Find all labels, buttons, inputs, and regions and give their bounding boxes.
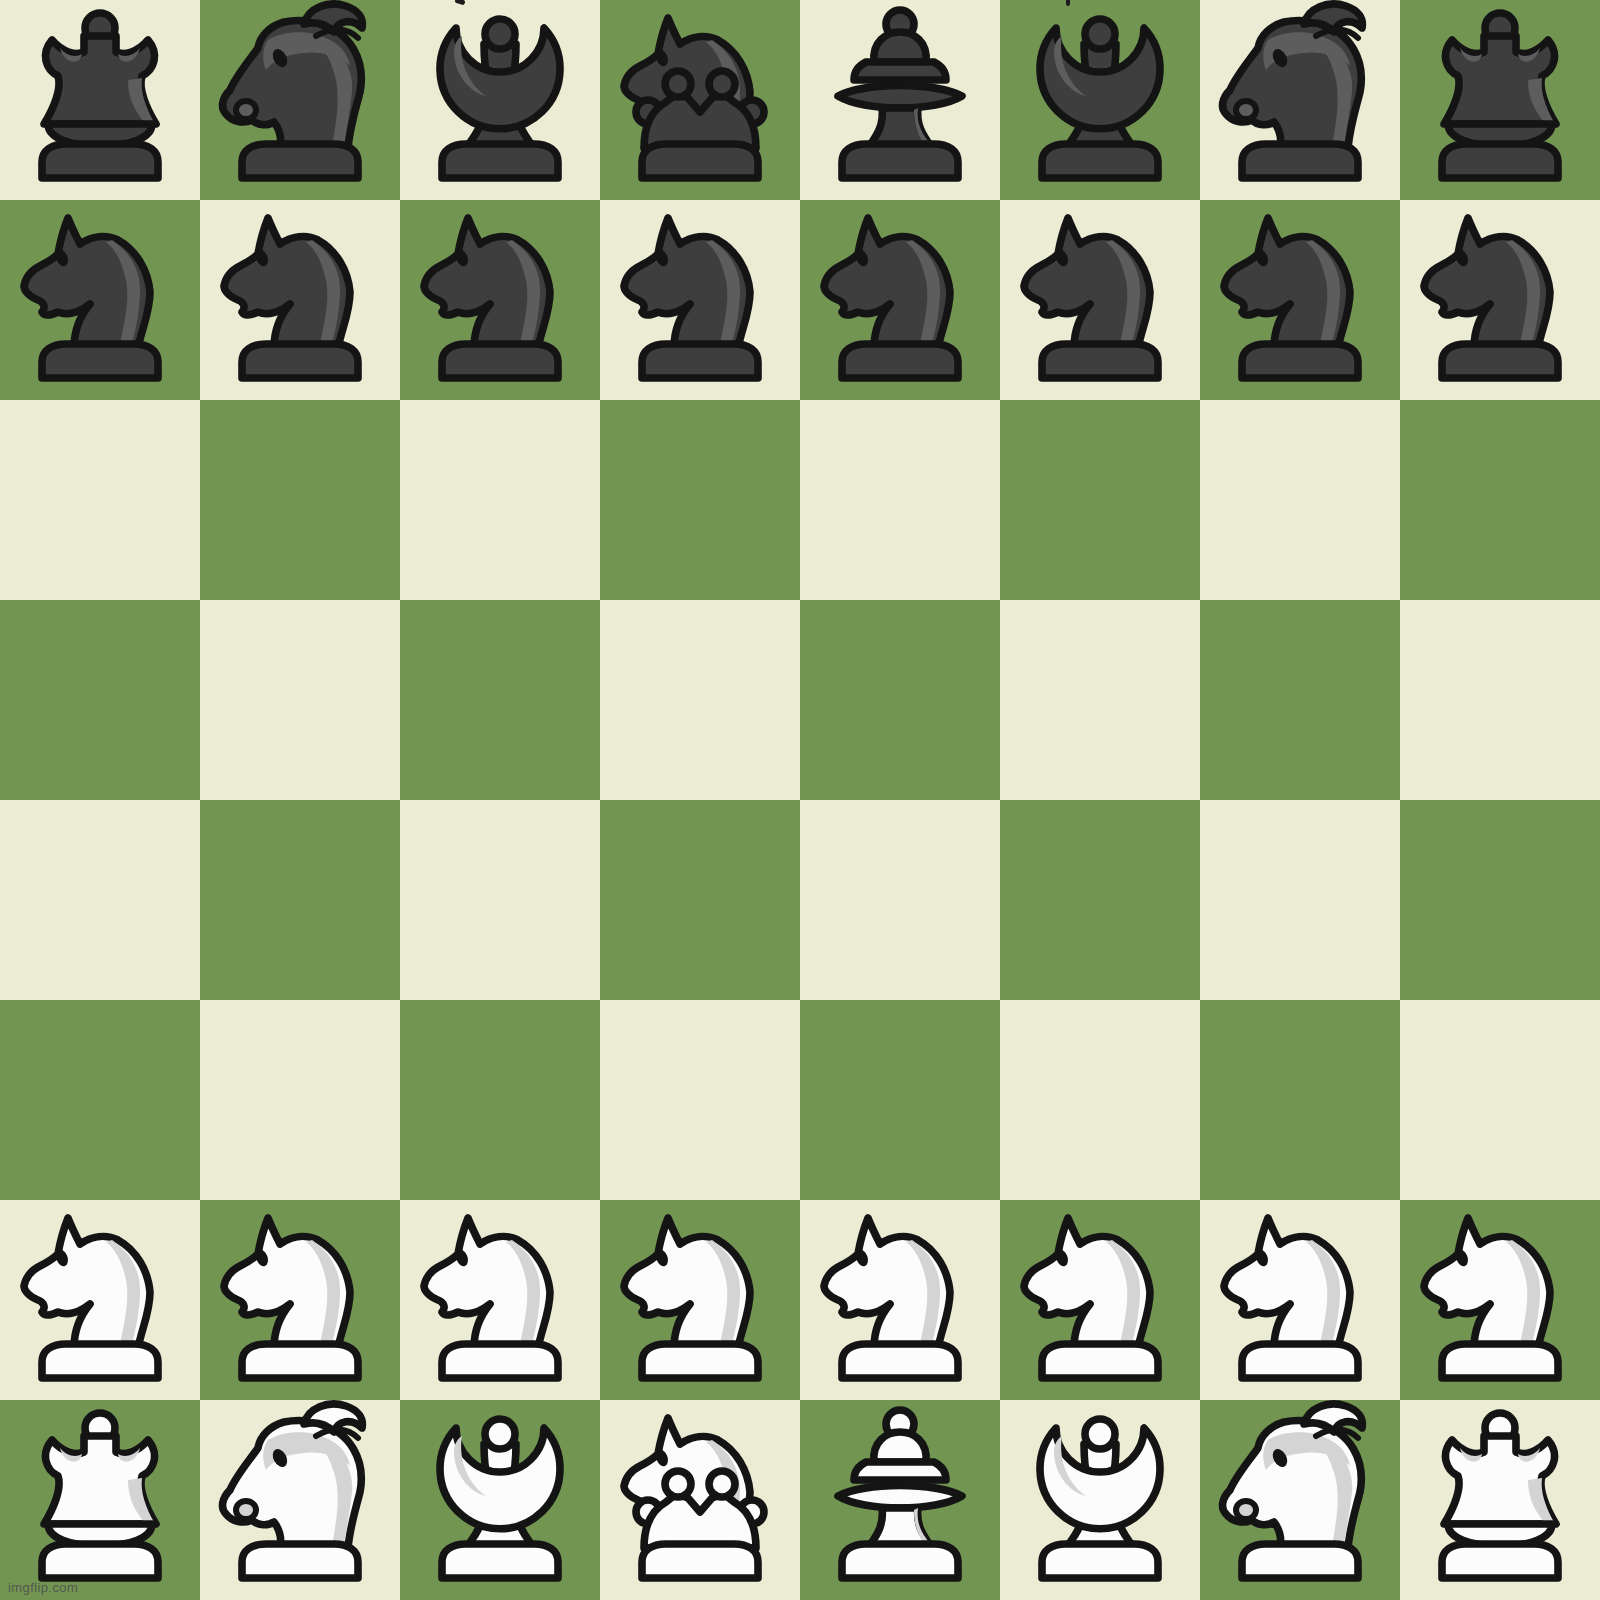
piece-white-queen[interactable] <box>600 1400 800 1600</box>
piece-black-knight-bull[interactable] <box>200 0 400 200</box>
square-h3[interactable] <box>1400 1000 1600 1200</box>
square-c7[interactable] <box>400 200 600 400</box>
piece-white-king[interactable] <box>800 1400 1000 1600</box>
square-d8[interactable] <box>600 0 800 200</box>
square-e7[interactable] <box>800 200 1000 400</box>
square-f5[interactable] <box>1000 600 1200 800</box>
piece-black-knight-horse[interactable] <box>1200 200 1400 400</box>
square-d1[interactable] <box>600 1400 800 1600</box>
piece-black-rook[interactable] <box>0 0 200 200</box>
crop-artifact <box>1066 0 1070 6</box>
piece-black-knight-horse[interactable] <box>0 200 200 400</box>
piece-black-knight-horse[interactable] <box>800 200 1000 400</box>
square-g7[interactable] <box>1200 200 1400 400</box>
square-b5[interactable] <box>200 600 400 800</box>
square-f8[interactable] <box>1000 0 1200 200</box>
square-d2[interactable] <box>600 1200 800 1400</box>
square-g3[interactable] <box>1200 1000 1400 1200</box>
square-c3[interactable] <box>400 1000 600 1200</box>
square-b4[interactable] <box>200 800 400 1000</box>
piece-white-knight-horse[interactable] <box>0 1200 200 1400</box>
piece-white-knight-horse[interactable] <box>1400 1200 1600 1400</box>
square-e8[interactable] <box>800 0 1000 200</box>
square-g5[interactable] <box>1200 600 1400 800</box>
piece-black-knight-horse[interactable] <box>1000 200 1200 400</box>
square-g8[interactable] <box>1200 0 1400 200</box>
square-a1[interactable] <box>0 1400 200 1600</box>
piece-black-knight-horse[interactable] <box>200 200 400 400</box>
piece-black-queen[interactable] <box>600 0 800 200</box>
square-c8[interactable] <box>400 0 600 200</box>
square-e4[interactable] <box>800 800 1000 1000</box>
square-f3[interactable] <box>1000 1000 1200 1200</box>
square-b1[interactable] <box>200 1400 400 1600</box>
square-b3[interactable] <box>200 1000 400 1200</box>
square-b7[interactable] <box>200 200 400 400</box>
square-e3[interactable] <box>800 1000 1000 1200</box>
piece-white-knight-bull[interactable] <box>200 1400 400 1600</box>
square-g6[interactable] <box>1200 400 1400 600</box>
square-f7[interactable] <box>1000 200 1200 400</box>
square-h2[interactable] <box>1400 1200 1600 1400</box>
square-a6[interactable] <box>0 400 200 600</box>
piece-black-knight-horse[interactable] <box>400 200 600 400</box>
square-f1[interactable] <box>1000 1400 1200 1600</box>
square-a7[interactable] <box>0 200 200 400</box>
piece-white-knight-horse[interactable] <box>1200 1200 1400 1400</box>
square-c5[interactable] <box>400 600 600 800</box>
square-a4[interactable] <box>0 800 200 1000</box>
imgflip-watermark: imgflip.com <box>8 1580 78 1595</box>
square-g4[interactable] <box>1200 800 1400 1000</box>
square-h5[interactable] <box>1400 600 1600 800</box>
square-b8[interactable] <box>200 0 400 200</box>
square-d3[interactable] <box>600 1000 800 1200</box>
square-b2[interactable] <box>200 1200 400 1400</box>
square-f6[interactable] <box>1000 400 1200 600</box>
piece-white-knight-horse[interactable] <box>600 1200 800 1400</box>
square-e6[interactable] <box>800 400 1000 600</box>
piece-white-rook[interactable] <box>0 1400 200 1600</box>
square-c6[interactable] <box>400 400 600 600</box>
square-b6[interactable] <box>200 400 400 600</box>
piece-white-bishop[interactable] <box>1000 1400 1200 1600</box>
square-h8[interactable] <box>1400 0 1600 200</box>
piece-white-knight-horse[interactable] <box>800 1200 1000 1400</box>
chess-board <box>0 0 1600 1600</box>
square-a8[interactable] <box>0 0 200 200</box>
square-e1[interactable] <box>800 1400 1000 1600</box>
square-c1[interactable] <box>400 1400 600 1600</box>
piece-black-king[interactable] <box>800 0 1000 200</box>
piece-white-knight-horse[interactable] <box>1000 1200 1200 1400</box>
square-g2[interactable] <box>1200 1200 1400 1400</box>
piece-black-bishop[interactable] <box>1000 0 1200 200</box>
square-d7[interactable] <box>600 200 800 400</box>
piece-black-rook[interactable] <box>1400 0 1600 200</box>
square-d6[interactable] <box>600 400 800 600</box>
square-e5[interactable] <box>800 600 1000 800</box>
piece-black-bishop[interactable] <box>400 0 600 200</box>
square-c2[interactable] <box>400 1200 600 1400</box>
square-a3[interactable] <box>0 1000 200 1200</box>
square-d4[interactable] <box>600 800 800 1000</box>
piece-black-knight-horse[interactable] <box>1400 200 1600 400</box>
piece-white-knight-horse[interactable] <box>200 1200 400 1400</box>
square-h4[interactable] <box>1400 800 1600 1000</box>
square-a5[interactable] <box>0 600 200 800</box>
piece-white-bishop[interactable] <box>400 1400 600 1600</box>
piece-black-knight-bull[interactable] <box>1200 0 1400 200</box>
square-h7[interactable] <box>1400 200 1600 400</box>
square-a2[interactable] <box>0 1200 200 1400</box>
square-d5[interactable] <box>600 600 800 800</box>
square-h1[interactable] <box>1400 1400 1600 1600</box>
piece-white-knight-bull[interactable] <box>1200 1400 1400 1600</box>
square-f4[interactable] <box>1000 800 1200 1000</box>
piece-white-knight-horse[interactable] <box>400 1200 600 1400</box>
piece-white-rook[interactable] <box>1400 1400 1600 1600</box>
square-h6[interactable] <box>1400 400 1600 600</box>
square-e2[interactable] <box>800 1200 1000 1400</box>
square-f2[interactable] <box>1000 1200 1200 1400</box>
square-c4[interactable] <box>400 800 600 1000</box>
square-g1[interactable] <box>1200 1400 1400 1600</box>
piece-black-knight-horse[interactable] <box>600 200 800 400</box>
